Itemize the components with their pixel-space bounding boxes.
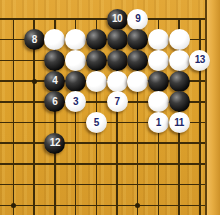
black-stone — [86, 50, 107, 71]
move-number: 5 — [94, 117, 99, 127]
black-stone — [65, 71, 86, 92]
white-stone — [148, 50, 169, 71]
white-stone — [65, 50, 86, 71]
white-stone — [127, 71, 148, 92]
move-number: 12 — [50, 138, 60, 148]
move-number: 7 — [114, 96, 119, 106]
star-point — [11, 203, 16, 208]
black-stone — [107, 50, 128, 71]
move-number: 4 — [52, 76, 57, 86]
board-side-band — [207, 0, 220, 215]
black-stone-move-6: 6 — [44, 91, 65, 112]
black-stone — [169, 91, 190, 112]
go-board[interactable]: 1098134637511112 — [0, 0, 220, 215]
white-stone — [107, 71, 128, 92]
white-stone-move-9: 9 — [127, 9, 148, 30]
white-stone — [44, 29, 65, 50]
move-number: 1 — [156, 117, 161, 127]
black-stone-move-4: 4 — [44, 71, 65, 92]
white-stone-move-11: 11 — [169, 112, 190, 133]
move-number: 6 — [52, 96, 57, 106]
move-number: 13 — [195, 55, 205, 65]
move-number: 8 — [32, 34, 37, 44]
grid-line-vertical — [13, 18, 15, 215]
grid-line-horizontal — [0, 205, 205, 207]
white-stone-move-1: 1 — [148, 112, 169, 133]
black-stone — [107, 29, 128, 50]
black-stone — [127, 50, 148, 71]
black-stone — [169, 71, 190, 92]
white-stone — [148, 29, 169, 50]
grid-line-horizontal — [0, 163, 205, 165]
grid-line-horizontal — [0, 184, 205, 186]
white-stone — [169, 50, 190, 71]
black-stone — [127, 29, 148, 50]
star-point — [135, 203, 140, 208]
black-stone-move-10: 10 — [107, 9, 128, 30]
black-stone — [86, 29, 107, 50]
star-point — [32, 79, 37, 84]
grid-line-horizontal — [0, 142, 205, 144]
white-stone-move-5: 5 — [86, 112, 107, 133]
white-stone — [148, 91, 169, 112]
move-number: 10 — [112, 14, 122, 24]
move-number: 11 — [174, 117, 184, 127]
grid-line-vertical — [199, 18, 201, 215]
white-stone — [86, 71, 107, 92]
white-stone — [65, 29, 86, 50]
black-stone-move-12: 12 — [44, 133, 65, 154]
black-stone-move-8: 8 — [24, 29, 45, 50]
grid-line-horizontal — [0, 18, 205, 20]
white-stone — [169, 29, 190, 50]
black-stone — [44, 50, 65, 71]
white-stone-move-7: 7 — [107, 91, 128, 112]
black-stone — [148, 71, 169, 92]
move-number: 3 — [73, 96, 78, 106]
move-number: 9 — [135, 14, 140, 24]
white-stone-move-3: 3 — [65, 91, 86, 112]
